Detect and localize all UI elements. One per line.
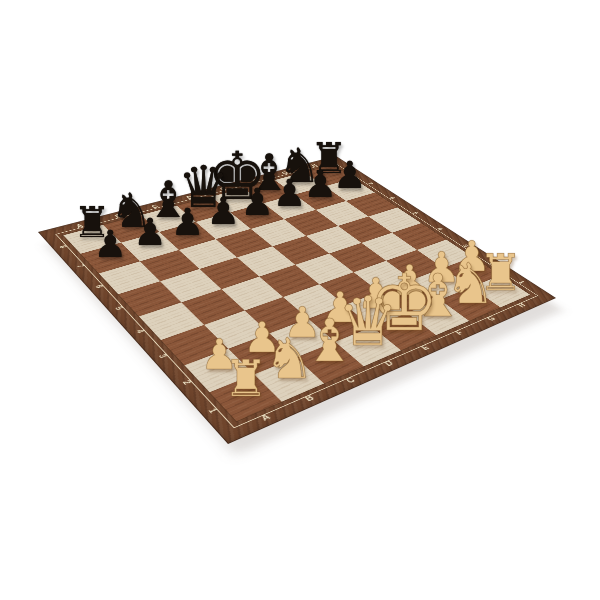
rank-label-left-7: 7 <box>75 264 86 269</box>
rank-label-left-1: 1 <box>206 407 218 414</box>
rank-label-right-3: 3 <box>461 244 470 248</box>
rank-label-left-5: 5 <box>113 306 124 311</box>
file-label-far-c: C <box>151 204 160 209</box>
file-label-far-d: D <box>186 195 195 199</box>
file-label-near-h: H <box>517 302 527 308</box>
file-label-near-d: D <box>384 360 395 367</box>
rank-label-left-2: 2 <box>181 379 193 386</box>
rank-label-left-3: 3 <box>157 353 169 359</box>
file-label-far-f: F <box>251 179 259 183</box>
chessboard: AA11BB22CC33DD44EE55FF66GG77HH88 <box>38 156 556 444</box>
rank-label-right-6: 6 <box>388 196 396 199</box>
rank-label-right-2: 2 <box>488 261 497 265</box>
file-label-near-a: A <box>260 413 272 422</box>
rank-label-left-6: 6 <box>94 284 105 289</box>
file-label-far-e: E <box>219 187 227 191</box>
rank-label-right-8: 8 <box>345 168 353 171</box>
rank-label-right-7: 7 <box>366 182 374 185</box>
file-label-near-c: C <box>345 377 357 385</box>
product-photo-scene: AA11BB22CC33DD44EE55FF66GG77HH88 ♜♞♝♛♚♝♞… <box>0 0 600 600</box>
file-label-far-h: H <box>310 164 318 168</box>
file-label-near-e: E <box>420 344 431 351</box>
file-label-far-g: G <box>281 171 290 175</box>
file-label-near-g: G <box>486 316 497 322</box>
file-label-far-a: A <box>75 224 84 229</box>
file-label-near-f: F <box>454 330 464 336</box>
rank-label-left-8: 8 <box>58 245 68 249</box>
rank-label-right-5: 5 <box>411 211 419 215</box>
rank-label-right-4: 4 <box>436 227 444 231</box>
board-squares <box>63 165 530 421</box>
rank-label-right-1: 1 <box>517 280 526 285</box>
rank-label-left-4: 4 <box>134 329 145 335</box>
file-label-far-b: B <box>114 214 123 219</box>
file-label-near-b: B <box>304 394 316 402</box>
